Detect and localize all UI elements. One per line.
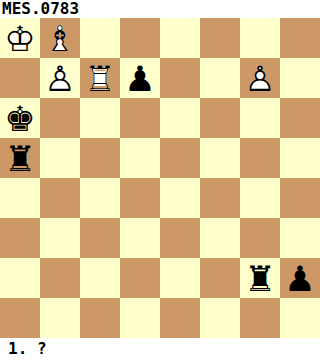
square-g2[interactable]: ♜ [240,258,280,298]
square-e2[interactable] [160,258,200,298]
square-d2[interactable] [120,258,160,298]
square-g5[interactable] [240,138,280,178]
square-b6[interactable] [40,98,80,138]
piece-glyph: ♟ [120,58,160,98]
square-b7[interactable]: ♟♙ [40,58,80,98]
square-d1[interactable] [120,298,160,338]
square-a6[interactable]: ♚ [0,98,40,138]
square-c7[interactable]: ♜♖ [80,58,120,98]
piece-glyph: ♟ [280,258,320,298]
white-rook: ♜♖ [80,58,120,98]
square-f8[interactable] [200,18,240,58]
square-b2[interactable] [40,258,80,298]
puzzle-id-title: MES.0783 [0,0,320,18]
square-g6[interactable] [240,98,280,138]
piece-glyph: ♜ [0,138,40,178]
piece-outline-layer: ♗ [40,18,80,58]
square-d4[interactable] [120,178,160,218]
square-f3[interactable] [200,218,240,258]
square-h1[interactable] [280,298,320,338]
piece-outline-layer: ♖ [80,58,120,98]
square-d3[interactable] [120,218,160,258]
black-king: ♚ [0,98,40,138]
white-king: ♚♔ [0,18,40,58]
white-bishop: ♝♗ [40,18,80,58]
square-d5[interactable] [120,138,160,178]
white-pawn: ♟♙ [240,58,280,98]
square-a4[interactable] [0,178,40,218]
square-g7[interactable]: ♟♙ [240,58,280,98]
square-f1[interactable] [200,298,240,338]
square-b1[interactable] [40,298,80,338]
square-b5[interactable] [40,138,80,178]
piece-outline-layer: ♙ [240,58,280,98]
square-g8[interactable] [240,18,280,58]
black-pawn: ♟ [280,258,320,298]
square-e1[interactable] [160,298,200,338]
black-rook: ♜ [240,258,280,298]
square-c2[interactable] [80,258,120,298]
white-pawn: ♟♙ [40,58,80,98]
chess-board: ♚♔♝♗♟♙♜♖♟♟♙♚♜♜♟ [0,18,320,338]
square-d6[interactable] [120,98,160,138]
piece-outline-layer: ♔ [0,18,40,58]
square-c4[interactable] [80,178,120,218]
square-d7[interactable]: ♟ [120,58,160,98]
square-a7[interactable] [0,58,40,98]
piece-glyph: ♜ [240,258,280,298]
square-e6[interactable] [160,98,200,138]
square-b3[interactable] [40,218,80,258]
square-h7[interactable] [280,58,320,98]
square-g4[interactable] [240,178,280,218]
square-a2[interactable] [0,258,40,298]
square-a8[interactable]: ♚♔ [0,18,40,58]
square-c6[interactable] [80,98,120,138]
square-a1[interactable] [0,298,40,338]
square-f5[interactable] [200,138,240,178]
square-c8[interactable] [80,18,120,58]
move-prompt: 1. ? [0,338,320,360]
square-h5[interactable] [280,138,320,178]
square-h2[interactable]: ♟ [280,258,320,298]
square-e4[interactable] [160,178,200,218]
square-e3[interactable] [160,218,200,258]
square-f2[interactable] [200,258,240,298]
square-g1[interactable] [240,298,280,338]
square-c5[interactable] [80,138,120,178]
piece-outline-layer: ♙ [40,58,80,98]
square-g3[interactable] [240,218,280,258]
square-b8[interactable]: ♝♗ [40,18,80,58]
square-b4[interactable] [40,178,80,218]
square-f4[interactable] [200,178,240,218]
square-h4[interactable] [280,178,320,218]
square-c3[interactable] [80,218,120,258]
square-a5[interactable]: ♜ [0,138,40,178]
square-e5[interactable] [160,138,200,178]
square-e8[interactable] [160,18,200,58]
square-e7[interactable] [160,58,200,98]
square-h3[interactable] [280,218,320,258]
black-pawn: ♟ [120,58,160,98]
square-h6[interactable] [280,98,320,138]
square-c1[interactable] [80,298,120,338]
square-f7[interactable] [200,58,240,98]
square-f6[interactable] [200,98,240,138]
square-a3[interactable] [0,218,40,258]
piece-glyph: ♚ [0,98,40,138]
square-h8[interactable] [280,18,320,58]
black-rook: ♜ [0,138,40,178]
square-d8[interactable] [120,18,160,58]
chess-puzzle-page: MES.0783 ♚♔♝♗♟♙♜♖♟♟♙♚♜♜♟ 1. ? [0,0,320,360]
